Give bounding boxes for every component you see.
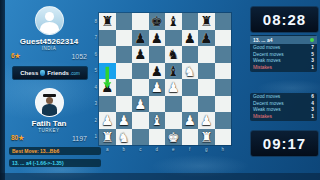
square-b8[interactable] [116,13,133,30]
white-pawn-f2[interactable]: ♟ [182,112,199,129]
rank-label-5: 5 [92,68,97,73]
player-card-bottom: Fatih Tan TURKEY 80★ 1197 [7,88,91,142]
square-f1[interactable] [182,129,199,146]
white-pawn-a2[interactable]: ♟ [99,112,116,129]
rank-label-3: 3 [92,101,97,106]
rank-label-8: 8 [92,19,97,24]
black-rook-a8[interactable]: ♜ [99,13,116,30]
elo-rating: 1052 [71,53,87,60]
black-pawn-f7[interactable]: ♟ [182,30,199,47]
square-g6[interactable] [198,46,215,63]
square-b3[interactable] [116,96,133,113]
square-b5[interactable] [116,63,133,80]
elo-rating: 1197 [72,135,87,142]
white-pawn-g2[interactable]: ♟ [198,112,215,129]
played-move-eval-box: 13. ... a4 (-1.66->-1.35) [9,159,101,167]
rank-label-6: 6 [92,52,97,57]
black-rook-g8[interactable]: ♜ [198,13,215,30]
player-name: Fatih Tan [7,119,91,128]
file-label-g: g [198,147,215,152]
chess-board[interactable]: ♜♚♝♜♟♟♟♟♟♞♟♝♟♞♟♟♟♟♟♝♟♟♜♞♚♜ [99,13,231,145]
square-h1[interactable] [215,129,232,146]
black-pawn-g7[interactable]: ♟ [198,30,215,47]
best-move-text: Best Move: 13...Bb6 [12,148,98,154]
square-h6[interactable] [215,46,232,63]
square-d6[interactable] [149,46,166,63]
black-bishop-e8[interactable]: ♝ [165,13,182,30]
square-c8[interactable] [132,13,149,30]
clock-top: 08:28 [250,6,319,33]
white-pawn-e4[interactable]: ♟ [165,79,182,96]
rank-label-4: 4 [92,85,97,90]
black-pawn-d5[interactable]: ♟ [149,63,166,80]
square-a6[interactable] [99,46,116,63]
square-a5[interactable] [99,63,116,80]
square-h8[interactable] [215,13,232,30]
person-icon [45,12,54,21]
square-b4[interactable] [116,79,133,96]
white-rook-g1[interactable]: ♜ [198,129,215,146]
square-d1[interactable] [149,129,166,146]
black-pawn-a4[interactable]: ♟ [99,79,116,96]
move-quality-panel-bottom: Good moves6Decent moves4Weak moves3Mista… [250,93,317,121]
clock-bottom: 09:17 [250,130,319,157]
move-quality-panel-top: 13. ... a4 Good moves7Decent moves5Weak … [250,35,317,72]
quality-rows-top: Good moves7Decent moves5Weak moves3Mista… [250,45,317,71]
file-label-h: h [215,147,232,152]
square-g3[interactable] [198,96,215,113]
white-king-e1[interactable]: ♚ [165,129,182,146]
black-king-d8[interactable]: ♚ [149,13,166,30]
square-f6[interactable] [182,46,199,63]
bottom-shade [0,173,320,180]
last-move-header: 13. ... a4 [250,36,317,44]
square-h2[interactable] [215,112,232,129]
star-rating: 6★ [11,52,20,60]
rank-label-7: 7 [92,35,97,40]
white-bishop-d2[interactable]: ♝ [149,112,166,129]
player-country: TURKEY [7,128,91,133]
left-edge-strip [0,0,5,180]
file-label-f: f [182,147,199,152]
square-e2[interactable] [165,112,182,129]
quality-row-mistakes: Mistakes1 [250,114,317,121]
last-move-text: 13. ... a4 [253,37,272,43]
black-pawn-c7[interactable]: ♟ [132,30,149,47]
chessfriends-logo[interactable]: Chess Friends .com [12,66,88,80]
square-d3[interactable] [149,96,166,113]
file-label-d: d [149,147,166,152]
black-knight-e6[interactable]: ♞ [165,46,182,63]
player-card-top: Guest45262314 INDIA 6★ 1052 [7,6,91,60]
quality-rows-bottom: Good moves6Decent moves4Weak moves3Mista… [250,94,317,120]
star-rating: 80★ [11,134,24,142]
square-c4[interactable] [132,79,149,96]
square-e3[interactable] [165,96,182,113]
file-label-e: e [165,147,182,152]
square-c5[interactable] [132,63,149,80]
square-f8[interactable] [182,13,199,30]
black-pawn-d7[interactable]: ♟ [149,30,166,47]
square-f4[interactable] [182,79,199,96]
rank-label-2: 2 [92,118,97,123]
move-quality-dot-icon [310,38,314,42]
black-pawn-c6[interactable]: ♟ [132,46,149,63]
white-knight-f5[interactable]: ♞ [182,63,199,80]
square-f3[interactable] [182,96,199,113]
white-rook-a1[interactable]: ♜ [99,129,116,146]
best-move-box: Best Move: 13...Bb6 [9,147,101,155]
white-pawn-c3[interactable]: ♟ [132,96,149,113]
rank-label-1: 1 [92,134,97,139]
square-h7[interactable] [215,30,232,47]
file-label-a: a [99,147,116,152]
black-bishop-e5[interactable]: ♝ [165,63,182,80]
square-b6[interactable] [116,46,133,63]
played-move-eval-text: 13. ... a4 (-1.66->-1.35) [12,160,98,166]
square-b7[interactable] [116,30,133,47]
square-h5[interactable] [215,63,232,80]
player-country: INDIA [7,46,91,51]
avatar[interactable] [35,6,64,35]
square-h4[interactable] [215,79,232,96]
white-pawn-d4[interactable]: ♟ [149,79,166,96]
player-name: Guest45262314 [7,37,91,46]
shield-icon [40,70,45,76]
game-screen: Guest45262314 INDIA 6★ 1052 Chess Friend… [0,0,320,180]
square-e7[interactable] [165,30,182,47]
file-label-b: b [116,147,133,152]
white-knight-b1[interactable]: ♞ [116,129,133,146]
file-label-c: c [132,147,149,152]
quality-row-mistakes: Mistakes1 [250,65,317,72]
white-pawn-b2[interactable]: ♟ [116,112,133,129]
square-a3[interactable] [99,96,116,113]
square-h3[interactable] [215,96,232,113]
avatar[interactable] [35,88,64,117]
square-c1[interactable] [132,129,149,146]
square-a7[interactable] [99,30,116,47]
square-g4[interactable] [198,79,215,96]
square-c2[interactable] [132,112,149,129]
square-g5[interactable] [198,63,215,80]
